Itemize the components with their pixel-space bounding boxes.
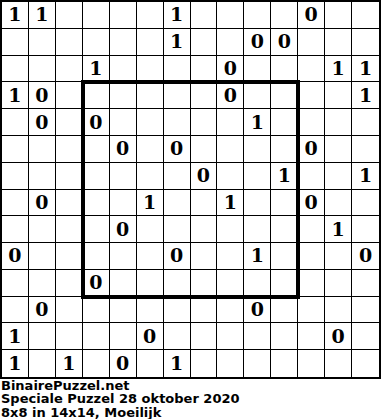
cell-r6c0[interactable]: [2, 163, 29, 190]
cell-r4c11[interactable]: [298, 109, 325, 136]
cell-r2c2[interactable]: [56, 56, 83, 83]
cell-r4c3: 0: [83, 109, 110, 136]
cell-r3c0: 1: [2, 82, 29, 109]
cell-r0c12[interactable]: [325, 2, 352, 29]
cell-r10c7[interactable]: [191, 270, 218, 297]
cell-r13c4: 0: [110, 350, 137, 377]
cell-r11c3[interactable]: [83, 297, 110, 324]
cell-r10c1[interactable]: [29, 270, 56, 297]
cell-r8c3[interactable]: [83, 216, 110, 243]
cell-r8c13[interactable]: [352, 216, 379, 243]
cell-r2c9[interactable]: [244, 56, 271, 83]
cell-r7c0[interactable]: [2, 190, 29, 217]
cell-r13c2: 1: [56, 350, 83, 377]
cell-r3c12[interactable]: [325, 82, 352, 109]
cell-r9c2[interactable]: [56, 243, 83, 270]
cell-r12c5: 0: [137, 323, 164, 350]
cell-r2c4[interactable]: [110, 56, 137, 83]
cell-r0c4[interactable]: [110, 2, 137, 29]
cell-r12c6[interactable]: [164, 323, 191, 350]
cell-r5c13[interactable]: [352, 136, 379, 163]
cell-r6c1[interactable]: [29, 163, 56, 190]
cell-r7c9[interactable]: [244, 190, 271, 217]
cell-r9c4[interactable]: [110, 243, 137, 270]
cell-r0c0: 1: [2, 2, 29, 29]
cell-r9c5[interactable]: [137, 243, 164, 270]
cell-r0c11: 0: [298, 2, 325, 29]
cell-r0c10[interactable]: [271, 2, 298, 29]
cell-r0c3[interactable]: [83, 2, 110, 29]
cell-r5c0[interactable]: [2, 136, 29, 163]
cell-r5c7[interactable]: [191, 136, 218, 163]
cell-r7c8: 1: [217, 190, 244, 217]
cell-r11c4[interactable]: [110, 297, 137, 324]
cell-r5c9[interactable]: [244, 136, 271, 163]
cell-r4c10[interactable]: [271, 109, 298, 136]
cell-r0c13[interactable]: [352, 2, 379, 29]
cell-r9c6: 0: [164, 243, 191, 270]
cell-r3c5[interactable]: [137, 82, 164, 109]
cell-r5c6: 0: [164, 136, 191, 163]
cell-r12c4[interactable]: [110, 323, 137, 350]
cell-r8c11[interactable]: [298, 216, 325, 243]
cell-r1c3[interactable]: [83, 29, 110, 56]
cell-r8c9[interactable]: [244, 216, 271, 243]
cell-r5c11: 0: [298, 136, 325, 163]
cell-r2c0[interactable]: [2, 56, 29, 83]
cell-r13c13[interactable]: [352, 350, 379, 377]
cell-r12c9[interactable]: [244, 323, 271, 350]
cell-r9c11[interactable]: [298, 243, 325, 270]
cell-r12c2[interactable]: [56, 323, 83, 350]
cell-r0c5[interactable]: [137, 2, 164, 29]
cell-r6c11[interactable]: [298, 163, 325, 190]
cell-r12c11[interactable]: [298, 323, 325, 350]
cell-r5c3[interactable]: [83, 136, 110, 163]
cell-r11c11[interactable]: [298, 297, 325, 324]
cell-r3c8: 0: [217, 82, 244, 109]
cell-r1c1[interactable]: [29, 29, 56, 56]
cell-r10c11[interactable]: [298, 270, 325, 297]
cell-r4c2[interactable]: [56, 109, 83, 136]
cell-r6c3[interactable]: [83, 163, 110, 190]
cell-r4c7[interactable]: [191, 109, 218, 136]
cell-r11c1: 0: [29, 297, 56, 324]
cell-r6c4[interactable]: [110, 163, 137, 190]
cell-r7c5: 1: [137, 190, 164, 217]
cell-r4c8[interactable]: [217, 109, 244, 136]
cell-r5c5[interactable]: [137, 136, 164, 163]
cell-r4c0[interactable]: [2, 109, 29, 136]
cell-r8c12: 1: [325, 216, 352, 243]
cell-r1c4[interactable]: [110, 29, 137, 56]
cell-r6c10: 1: [271, 163, 298, 190]
cell-r8c1[interactable]: [29, 216, 56, 243]
cell-r5c10[interactable]: [271, 136, 298, 163]
cell-r12c10[interactable]: [271, 323, 298, 350]
cell-r12c1[interactable]: [29, 323, 56, 350]
cell-r7c10[interactable]: [271, 190, 298, 217]
cell-r6c6[interactable]: [164, 163, 191, 190]
cell-r3c1: 0: [29, 82, 56, 109]
cell-r4c6[interactable]: [164, 109, 191, 136]
cell-r4c5[interactable]: [137, 109, 164, 136]
cell-r2c11[interactable]: [298, 56, 325, 83]
footer-difficulty: 8x8 in 14x14, Moeilijk: [1, 406, 381, 419]
cell-r13c6: 1: [164, 350, 191, 377]
cell-r1c0[interactable]: [2, 29, 29, 56]
cell-r12c7[interactable]: [191, 323, 218, 350]
cell-r8c5[interactable]: [137, 216, 164, 243]
cell-r9c12[interactable]: [325, 243, 352, 270]
cell-r9c9: 1: [244, 243, 271, 270]
cell-r3c10[interactable]: [271, 82, 298, 109]
cell-r9c13: 0: [352, 243, 379, 270]
cell-r11c6[interactable]: [164, 297, 191, 324]
cell-r13c0: 1: [2, 350, 29, 377]
cell-r13c7[interactable]: [191, 350, 218, 377]
cell-r6c5[interactable]: [137, 163, 164, 190]
cell-r1c12[interactable]: [325, 29, 352, 56]
cell-r4c9: 1: [244, 109, 271, 136]
cell-r12c8[interactable]: [217, 323, 244, 350]
cell-r10c6[interactable]: [164, 270, 191, 297]
cell-r9c8[interactable]: [217, 243, 244, 270]
cell-r7c2[interactable]: [56, 190, 83, 217]
cell-r13c10[interactable]: [271, 350, 298, 377]
cell-r2c13: 1: [352, 56, 379, 83]
cell-r2c12: 1: [325, 56, 352, 83]
cell-r12c3[interactable]: [83, 323, 110, 350]
cell-r8c2[interactable]: [56, 216, 83, 243]
cell-r3c6[interactable]: [164, 82, 191, 109]
page: 1110100101110010010000110110010010000100…: [0, 0, 381, 419]
cell-r7c11: 0: [298, 190, 325, 217]
cell-r7c12[interactable]: [325, 190, 352, 217]
cell-r3c4[interactable]: [110, 82, 137, 109]
cell-r0c1: 1: [29, 2, 56, 29]
footer-subtitle: Speciale Puzzel 28 oktober 2020: [1, 392, 381, 405]
cell-r11c5[interactable]: [137, 297, 164, 324]
cell-r2c10[interactable]: [271, 56, 298, 83]
cell-r2c3: 1: [83, 56, 110, 83]
cell-r10c3: 0: [83, 270, 110, 297]
cell-r8c7[interactable]: [191, 216, 218, 243]
cell-r12c12: 0: [325, 323, 352, 350]
cell-r1c2[interactable]: [56, 29, 83, 56]
cell-r2c8: 0: [217, 56, 244, 83]
cell-r5c12[interactable]: [325, 136, 352, 163]
cell-r11c10[interactable]: [271, 297, 298, 324]
cell-r13c1[interactable]: [29, 350, 56, 377]
cell-r6c12[interactable]: [325, 163, 352, 190]
cell-r1c10: 0: [271, 29, 298, 56]
cell-r6c13: 1: [352, 163, 379, 190]
cell-r6c9[interactable]: [244, 163, 271, 190]
cell-r4c12[interactable]: [325, 109, 352, 136]
cell-r11c2[interactable]: [56, 297, 83, 324]
cell-r9c10[interactable]: [271, 243, 298, 270]
cell-r13c12[interactable]: [325, 350, 352, 377]
cell-r7c1: 0: [29, 190, 56, 217]
cell-r3c13: 1: [352, 82, 379, 109]
cell-r9c3[interactable]: [83, 243, 110, 270]
cell-r7c3[interactable]: [83, 190, 110, 217]
cell-r4c13[interactable]: [352, 109, 379, 136]
cell-r9c1[interactable]: [29, 243, 56, 270]
cell-r2c6[interactable]: [164, 56, 191, 83]
cell-r9c0: 0: [2, 243, 29, 270]
cell-r9c7[interactable]: [191, 243, 218, 270]
cell-r2c5[interactable]: [137, 56, 164, 83]
cell-r10c12[interactable]: [325, 270, 352, 297]
cell-r7c6[interactable]: [164, 190, 191, 217]
cell-r0c2[interactable]: [56, 2, 83, 29]
cell-r1c8[interactable]: [217, 29, 244, 56]
cell-r8c4: 0: [110, 216, 137, 243]
cell-r1c5[interactable]: [137, 29, 164, 56]
cell-r1c9: 0: [244, 29, 271, 56]
cell-r8c8[interactable]: [217, 216, 244, 243]
cell-r0c9[interactable]: [244, 2, 271, 29]
cell-r11c9: 0: [244, 297, 271, 324]
cell-r10c8[interactable]: [217, 270, 244, 297]
cell-r0c8[interactable]: [217, 2, 244, 29]
cell-r8c6[interactable]: [164, 216, 191, 243]
cell-r5c1[interactable]: [29, 136, 56, 163]
cell-r2c7[interactable]: [191, 56, 218, 83]
cell-r11c0[interactable]: [2, 297, 29, 324]
footer-site: BinairePuzzel.net: [1, 379, 381, 392]
cell-r10c9[interactable]: [244, 270, 271, 297]
cell-r6c2[interactable]: [56, 163, 83, 190]
cell-r1c11[interactable]: [298, 29, 325, 56]
cell-r0c7[interactable]: [191, 2, 218, 29]
cell-r8c0[interactable]: [2, 216, 29, 243]
cell-r10c2[interactable]: [56, 270, 83, 297]
cell-r11c7[interactable]: [191, 297, 218, 324]
cell-r10c0[interactable]: [2, 270, 29, 297]
cell-r11c13[interactable]: [352, 297, 379, 324]
cell-r3c7[interactable]: [191, 82, 218, 109]
cell-r4c4[interactable]: [110, 109, 137, 136]
cell-r13c5[interactable]: [137, 350, 164, 377]
cell-r6c8[interactable]: [217, 163, 244, 190]
cell-r1c13[interactable]: [352, 29, 379, 56]
cell-r1c7[interactable]: [191, 29, 218, 56]
cell-r11c12[interactable]: [325, 297, 352, 324]
cell-r3c11[interactable]: [298, 82, 325, 109]
cell-r5c8[interactable]: [217, 136, 244, 163]
cell-r10c4[interactable]: [110, 270, 137, 297]
cell-r7c7[interactable]: [191, 190, 218, 217]
cell-r8c10[interactable]: [271, 216, 298, 243]
cell-r5c4: 0: [110, 136, 137, 163]
cell-r3c2[interactable]: [56, 82, 83, 109]
cell-r5c2[interactable]: [56, 136, 83, 163]
cell-r11c8[interactable]: [217, 297, 244, 324]
cell-r13c8[interactable]: [217, 350, 244, 377]
cell-r13c11[interactable]: [298, 350, 325, 377]
cell-r2c1[interactable]: [29, 56, 56, 83]
cell-r4c1: 0: [29, 109, 56, 136]
cell-r10c13[interactable]: [352, 270, 379, 297]
cell-r12c0: 1: [2, 323, 29, 350]
cell-r10c5[interactable]: [137, 270, 164, 297]
cell-r13c9[interactable]: [244, 350, 271, 377]
puzzle-board: 1110100101110010010000110110010010000100…: [0, 0, 381, 379]
cell-r3c9[interactable]: [244, 82, 271, 109]
cell-r13c3[interactable]: [83, 350, 110, 377]
cell-r7c4[interactable]: [110, 190, 137, 217]
cell-r10c10[interactable]: [271, 270, 298, 297]
cell-r3c3[interactable]: [83, 82, 110, 109]
cell-r1c6: 1: [164, 29, 191, 56]
footer: BinairePuzzel.net Speciale Puzzel 28 okt…: [1, 379, 381, 419]
cell-r6c7: 0: [191, 163, 218, 190]
cell-r12c13[interactable]: [352, 323, 379, 350]
cell-r7c13[interactable]: [352, 190, 379, 217]
cell-r0c6: 1: [164, 2, 191, 29]
